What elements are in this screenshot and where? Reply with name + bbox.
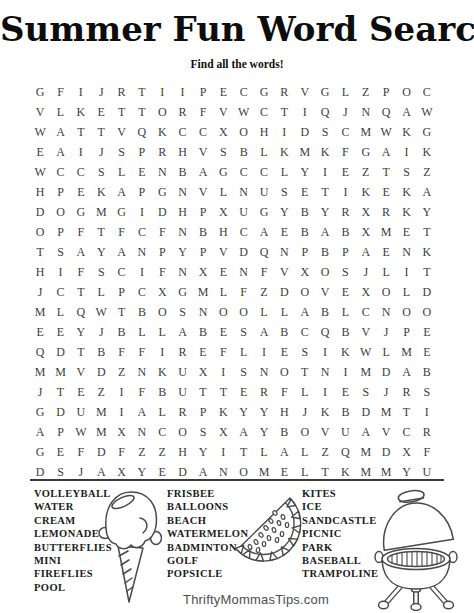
grid-cell: F <box>132 342 152 362</box>
grid-cell: M <box>376 222 396 242</box>
grid-cell: M <box>91 402 111 422</box>
grid-cell: N <box>356 102 376 122</box>
grid-cell: M <box>356 122 376 142</box>
grid-cell: G <box>315 82 335 102</box>
grid-cell: A <box>356 422 376 442</box>
grid-cell: X <box>356 282 376 302</box>
grid-cell: C <box>152 422 172 442</box>
grid-cell: H <box>30 182 50 202</box>
grid-cell: B <box>172 162 192 182</box>
grid-cell: P <box>193 82 213 102</box>
grid-cell: A <box>234 422 254 442</box>
grid-cell: S <box>91 262 111 282</box>
grid-cell: V <box>213 102 233 122</box>
grid-cell: L <box>234 342 254 362</box>
grid-cell: E <box>335 282 355 302</box>
grid-cell: X <box>295 262 315 282</box>
grid-cell: Z <box>254 282 274 302</box>
grid-cell: A <box>274 442 294 462</box>
grid-cell: G <box>111 202 131 222</box>
grid-cell: I <box>132 202 152 222</box>
grid-cell: T <box>417 222 437 242</box>
grid-cell: K <box>274 142 294 162</box>
grid-cell: Y <box>193 442 213 462</box>
grid-cell: V <box>274 262 294 282</box>
grid-cell: A <box>193 162 213 182</box>
grid-cell: S <box>417 382 437 402</box>
grid-cell: X <box>356 202 376 222</box>
grid-cell: J <box>295 402 315 422</box>
grid-cell: P <box>152 242 172 262</box>
grid-cell: B <box>193 222 213 242</box>
grid-cell: W <box>71 422 91 442</box>
grid-cell: K <box>335 342 355 362</box>
grid-cell: K <box>152 362 172 382</box>
grid-cell: E <box>417 322 437 342</box>
word-item: PARK <box>302 541 378 554</box>
grid-cell: V <box>193 142 213 162</box>
grid-cell: F <box>111 342 131 362</box>
page-subtitle: Find all the words! <box>0 58 474 70</box>
grid-cell: L <box>152 402 172 422</box>
grid-cell: U <box>234 202 254 222</box>
grid-cell: M <box>356 442 376 462</box>
grid-cell: Y <box>172 242 192 262</box>
grid-cell: U <box>172 382 192 402</box>
grid-cell: I <box>295 102 315 122</box>
grid-cell: L <box>295 382 315 402</box>
grid-cell: A <box>172 322 192 342</box>
grid-cell: O <box>172 422 192 442</box>
grid-cell: N <box>234 262 254 282</box>
grid-cell: P <box>50 222 70 242</box>
grid-cell: G <box>356 142 376 162</box>
word-item: KITES <box>302 487 378 500</box>
grid-cell: A <box>417 182 437 202</box>
grid-cell: E <box>91 102 111 122</box>
grid-cell: T <box>71 282 91 302</box>
grid-cell: S <box>50 242 70 262</box>
grid-cell: Z <box>152 442 172 462</box>
ice-cream-cone-icon <box>98 486 162 606</box>
grid-cell: E <box>335 382 355 402</box>
grid-cell: A <box>30 422 50 442</box>
grid-cell: G <box>30 442 50 462</box>
word-item: PICNIC <box>302 527 378 540</box>
grid-cell: F <box>152 222 172 242</box>
grid-cell: K <box>315 142 335 162</box>
grid-cell: R <box>111 82 131 102</box>
grid-cell: P <box>335 242 355 262</box>
word-item: ICE <box>302 500 378 513</box>
grid-cell: O <box>417 302 437 322</box>
grid-cell: E <box>234 382 254 402</box>
grid-cell: N <box>274 242 294 262</box>
grid-cell: J <box>91 82 111 102</box>
grid-cell: K <box>396 122 416 142</box>
grid-cell: P <box>193 402 213 422</box>
grid-cell: C <box>50 162 70 182</box>
grid-cell: M <box>193 282 213 302</box>
grid-cell: I <box>396 262 416 282</box>
grid-cell: F <box>71 442 91 462</box>
grid-cell: I <box>274 122 294 142</box>
grid-cell: V <box>213 242 233 262</box>
grid-cell: E <box>376 242 396 262</box>
word-item: BASEBALL <box>302 554 378 567</box>
grid-cell: G <box>152 182 172 202</box>
grid-cell: X <box>356 222 376 242</box>
grid-cell: J <box>356 262 376 282</box>
grid-cell: L <box>91 282 111 302</box>
grid-cell: H <box>172 442 192 462</box>
grid-cell: L <box>213 182 233 202</box>
grid-cell: L <box>295 442 315 462</box>
grid-cell: S <box>111 142 131 162</box>
grid-cell: I <box>396 142 416 162</box>
grid-cell: O <box>50 202 70 222</box>
grid-cell: G <box>254 202 274 222</box>
grid-cell: T <box>91 122 111 142</box>
grid-cell: C <box>417 82 437 102</box>
grid-cell: E <box>71 182 91 202</box>
grid-cell: I <box>213 362 233 382</box>
grid-cell: F <box>71 222 91 242</box>
grid-cell: E <box>274 342 294 362</box>
grid-cell: D <box>50 402 70 422</box>
grid-cell: Q <box>376 102 396 122</box>
grid-cell: B <box>274 322 294 342</box>
grid-cell: T <box>111 102 131 122</box>
grid-cell: C <box>234 162 254 182</box>
grid-cell: M <box>356 362 376 382</box>
grid-cell: K <box>71 102 91 122</box>
grid-cell: M <box>91 422 111 442</box>
grid-cell: L <box>213 282 233 302</box>
grid-cell: V <box>295 82 315 102</box>
grid-cell: I <box>335 182 355 202</box>
grid-cell: J <box>376 382 396 402</box>
grid-cell: E <box>396 222 416 242</box>
grid-cell: M <box>50 362 70 382</box>
grid-cell: N <box>234 182 254 202</box>
grid-cell: Q <box>132 122 152 142</box>
word-item: SANDCASTLE <box>302 514 378 527</box>
grid-cell: S <box>91 162 111 182</box>
grid-cell: V <box>30 102 50 122</box>
grid-cell: O <box>152 102 172 122</box>
grid-cell: I <box>71 142 91 162</box>
grid-cell: L <box>50 102 70 122</box>
grid-cell: B <box>335 222 355 242</box>
grid-cell: C <box>254 162 274 182</box>
grid-cell: O <box>396 82 416 102</box>
grid-cell: B <box>295 222 315 242</box>
grid-cell: C <box>132 282 152 302</box>
grid-cell: J <box>91 142 111 162</box>
grid-cell: S <box>172 302 192 322</box>
separator-line <box>30 479 444 481</box>
grid-cell: O <box>295 282 315 302</box>
grid-cell: G <box>172 282 192 302</box>
word-list-3: KITESICESANDCASTLEPICNICPARKBASEBALLTRAM… <box>302 487 378 581</box>
grid-cell: F <box>193 102 213 122</box>
grid-cell: I <box>152 82 172 102</box>
grid-cell: H <box>254 122 274 142</box>
grid-cell: R <box>274 82 294 102</box>
grid-cell: Z <box>356 82 376 102</box>
grid-cell: N <box>132 422 152 442</box>
site-credit: ThriftyMommasTips.com <box>183 592 329 607</box>
grid-cell: A <box>356 242 376 262</box>
grid-cell: V <box>315 282 335 302</box>
grid-cell: F <box>71 262 91 282</box>
grid-cell: O <box>396 302 416 322</box>
grid-cell: R <box>376 202 396 222</box>
grid-cell: D <box>417 282 437 302</box>
grid-cell: C <box>335 122 355 142</box>
grid-cell: I <box>111 402 131 422</box>
grid-cell: M <box>396 342 416 362</box>
grid-cell: K <box>417 242 437 262</box>
grid-cell: K <box>91 182 111 202</box>
grid-cell: F <box>111 222 131 242</box>
grid-cell: M <box>295 142 315 162</box>
grid-cell: N <box>172 262 192 282</box>
grid-cell: T <box>274 102 294 122</box>
grid-cell: P <box>396 322 416 342</box>
grid-cell: D <box>91 442 111 462</box>
grid-cell: P <box>295 242 315 262</box>
grid-cell: J <box>30 282 50 302</box>
grid-cell: E <box>213 82 233 102</box>
grid-cell: O <box>152 302 172 322</box>
grid-cell: T <box>91 222 111 242</box>
grid-cell: I <box>417 402 437 422</box>
grid-cell: C <box>234 82 254 102</box>
grid-cell: C <box>396 422 416 442</box>
grid-cell: T <box>132 102 152 122</box>
grid-cell: C <box>254 102 274 122</box>
grid-cell: L <box>376 342 396 362</box>
grid-cell: W <box>30 122 50 142</box>
grid-cell: L <box>376 262 396 282</box>
grid-cell: T <box>213 382 233 402</box>
grid-cell: Z <box>132 442 152 462</box>
grid-cell: E <box>71 382 91 402</box>
grid-cell: W <box>30 162 50 182</box>
grid-cell: T <box>315 182 335 202</box>
grid-cell: S <box>295 342 315 362</box>
grid-cell: R <box>417 422 437 442</box>
grid-cell: O <box>295 422 315 442</box>
grid-cell: K <box>356 182 376 202</box>
grid-cell: D <box>274 282 294 302</box>
worksheet-page: Summer Fun Word Search Find all the word… <box>0 0 474 613</box>
grid-cell: E <box>213 322 233 342</box>
grid-cell: S <box>335 262 355 282</box>
grid-cell: A <box>111 242 131 262</box>
grid-cell: Q <box>30 342 50 362</box>
grid-cell: N <box>193 302 213 322</box>
grid-cell: T <box>234 442 254 462</box>
grid-cell: L <box>132 322 152 342</box>
grid-cell: E <box>213 262 233 282</box>
grid-cell: S <box>234 322 254 342</box>
grid-cell: U <box>71 402 91 422</box>
grid-cell: J <box>91 322 111 342</box>
grid-cell: C <box>356 302 376 322</box>
grid-cell: Y <box>254 402 274 422</box>
grid-cell: D <box>30 202 50 222</box>
grid-cell: E <box>30 322 50 342</box>
grid-cell: G <box>213 162 233 182</box>
grid-cell: B <box>234 142 254 162</box>
grid-cell: J <box>376 322 396 342</box>
grid-cell: L <box>274 302 294 322</box>
grid-cell: B <box>132 302 152 322</box>
grid-cell: V <box>111 122 131 142</box>
grid-cell: T <box>71 122 91 142</box>
grid-cell: Y <box>254 422 274 442</box>
grid-cell: R <box>172 402 192 422</box>
grid-cell: Y <box>315 202 335 222</box>
grid-cell: V <box>315 422 335 442</box>
grid-cell: N <box>396 242 416 262</box>
grid-cell: F <box>50 82 70 102</box>
grid-cell: H <box>213 222 233 242</box>
grid-cell: W <box>417 102 437 122</box>
grid-cell: T <box>132 82 152 102</box>
grid-cell: S <box>193 422 213 442</box>
grid-cell: U <box>254 182 274 202</box>
grid-cell: T <box>417 262 437 282</box>
grid-cell: R <box>396 382 416 402</box>
grid-cell: I <box>132 262 152 282</box>
grid-cell: V <box>356 322 376 342</box>
grid-cell: B <box>315 242 335 262</box>
grid-cell: O <box>274 362 294 382</box>
grid-cell: P <box>132 182 152 202</box>
grid-cell: X <box>213 422 233 442</box>
grid-cell: E <box>335 162 355 182</box>
grid-cell: R <box>172 342 192 362</box>
grid-cell: I <box>172 82 192 102</box>
grid-cell: F <box>234 282 254 302</box>
grid-cell: I <box>213 442 233 462</box>
grid-cell: H <box>172 202 192 222</box>
grid-cell: N <box>152 162 172 182</box>
grid-cell: B <box>295 202 315 222</box>
grid-cell: N <box>376 302 396 322</box>
grid-cell: H <box>30 262 50 282</box>
grid-cell: I <box>50 262 70 282</box>
grid-cell: E <box>30 142 50 162</box>
grid-cell: N <box>132 242 152 262</box>
grid-cell: L <box>254 442 274 462</box>
grid-cell: S <box>315 122 335 142</box>
grid-cell: O <box>213 302 233 322</box>
grid-cell: J <box>30 382 50 402</box>
grid-cell: G <box>417 122 437 142</box>
grid-cell: B <box>417 362 437 382</box>
grid-cell: R <box>254 382 274 402</box>
grid-cell: L <box>335 302 355 322</box>
grid-cell: H <box>172 142 192 162</box>
grid-cell: Z <box>111 362 131 382</box>
grid-cell: W <box>356 342 376 362</box>
grid-cell: W <box>91 302 111 322</box>
grid-cell: V <box>193 182 213 202</box>
grid-cell: D <box>234 242 254 262</box>
grid-cell: K <box>417 142 437 162</box>
grid-cell: K <box>213 402 233 422</box>
grid-cell: F <box>111 442 131 462</box>
grid-cell: T <box>71 342 91 362</box>
grid-cell: G <box>30 402 50 422</box>
grid-cell: T <box>30 242 50 262</box>
grid-cell: C <box>172 122 192 142</box>
grid-cell: N <box>315 362 335 382</box>
grid-cell: I <box>315 382 335 402</box>
grid-cell: B <box>152 382 172 402</box>
grid-cell: T <box>50 382 70 402</box>
grid-cell: G <box>254 82 274 102</box>
grid-cell: P <box>132 142 152 162</box>
grid-cell: Q <box>315 322 335 342</box>
word-item: TRAMPOLINE <box>302 567 378 580</box>
grid-cell: P <box>111 282 131 302</box>
grid-cell: B <box>91 342 111 362</box>
grid-cell: Y <box>295 162 315 182</box>
grid-cell: U <box>335 422 355 442</box>
grid-cell: I <box>71 82 91 102</box>
grid-cell: V <box>71 362 91 382</box>
grid-cell: I <box>335 362 355 382</box>
grid-cell: Z <box>417 162 437 182</box>
grid-cell: Y <box>234 402 254 422</box>
grid-cell: I <box>315 162 335 182</box>
grid-cell: E <box>376 182 396 202</box>
grid-cell: X <box>111 422 131 442</box>
grid-cell: E <box>417 342 437 362</box>
grid-cell: I <box>254 342 274 362</box>
grid-cell: Z <box>91 382 111 402</box>
grid-cell: F <box>254 262 274 282</box>
grid-cell: W <box>376 122 396 142</box>
grid-cell: P <box>50 422 70 442</box>
grid-cell: A <box>396 362 416 382</box>
grid-cell: B <box>315 302 335 322</box>
grid-cell: E <box>50 322 70 342</box>
grid-cell: A <box>132 402 152 422</box>
grid-cell: R <box>335 202 355 222</box>
grid-cell: I <box>315 342 335 362</box>
grid-cell: D <box>376 442 396 462</box>
grid-cell: D <box>295 122 315 142</box>
word-search-grid: GFIJRTIIPECGRVGLZPOCVLKETTORFVWCTIQJNQAW… <box>30 82 437 482</box>
grid-cell: X <box>152 282 172 302</box>
grid-cell: S <box>356 382 376 402</box>
grid-cell: C <box>234 222 254 242</box>
grid-cell: F <box>335 142 355 162</box>
grid-cell: Q <box>335 442 355 462</box>
grid-cell: F <box>152 262 172 282</box>
grid-cell: O <box>315 262 335 282</box>
grid-cell: X <box>193 362 213 382</box>
grid-cell: Y <box>91 242 111 262</box>
grid-cell: G <box>71 202 91 222</box>
